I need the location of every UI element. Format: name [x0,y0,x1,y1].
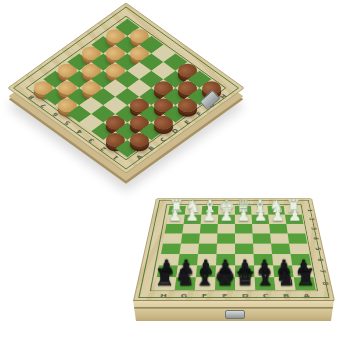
chess-square-c1: ♝ [251,206,268,215]
coordinate-label: A [303,294,310,299]
chess-square-d5 [235,244,254,255]
chess-square-b2: ♟ [268,215,286,224]
chess-square-h2: ♟ [166,215,184,224]
coordinate-label: 1 [305,209,312,211]
coordinate-label: C [159,137,168,143]
chess-square-c4 [253,233,272,243]
chess-square-b5 [271,244,291,255]
chess-box-latch [225,310,245,319]
chess-square-g3 [182,224,200,234]
chess-square-a6 [291,254,312,265]
coordinate-label: 7 [39,102,47,108]
chess-square-g4 [181,233,200,243]
coordinate-label: 4 [311,237,318,240]
coordinate-label: D [242,294,249,299]
chess-square-e6 [216,254,235,265]
coordinate-label: D [171,128,180,135]
chess-square-d6 [235,254,254,265]
chess-square-f7: ♟ [196,265,216,277]
product-photo-stage: ABCDEFGH87654321 ♜♞♝♚♛♝♞♜♟♟♟♟♟♟♟♟♟♟♟♟♟♟♟… [0,0,352,352]
chess-square-f3 [200,224,218,234]
coordinate-label: B [147,145,156,151]
chess-square-g7: ♟ [176,265,197,277]
coordinate-label: 3 [309,227,316,230]
coordinate-label: 7 [317,270,325,273]
coordinate-label: 1 [111,154,119,160]
chess-square-c6 [254,254,274,265]
chess-square-h8: ♜ [155,277,177,290]
chess-square-h5 [161,244,181,255]
chess-square-b6 [272,254,292,265]
chess-square-f6 [197,254,217,265]
chess-square-d7: ♟ [235,265,255,277]
coordinate-label: 8 [320,282,328,285]
chess-square-f2: ♟ [201,215,219,224]
chess-square-e8: ♚ [215,277,235,290]
chess-square-c2: ♟ [252,215,270,224]
coordinate-label: G [180,294,187,299]
chess-square-e2: ♟ [218,215,235,224]
coordinate-label: 2 [99,146,107,152]
chess-square-h6 [159,254,180,265]
chess-square-e4 [217,233,235,243]
coordinate-label: H [160,294,167,299]
chess-square-h1: ♜ [168,206,186,215]
chess-square-g2: ♟ [184,215,202,224]
chess-square-b8: ♞ [274,277,295,290]
chess-square-a5 [289,244,309,255]
chess-square-f4 [199,233,217,243]
chess-square-h7: ♟ [157,265,178,277]
chess-piece-white-knight: ♞ [185,197,201,215]
chess-square-e3 [217,224,235,234]
chess-box-front-side [133,300,334,321]
checkers-board: ABCDEFGH87654321 [7,2,245,173]
coordinate-label: F [202,294,208,299]
chess-square-d4 [235,233,253,243]
chess-square-c7: ♟ [254,265,274,277]
chess-square-c8: ♝ [255,277,276,290]
chess-square-a7: ♟ [292,265,313,277]
chess-square-g5 [179,244,198,255]
chess-square-a3 [286,224,305,234]
chess-square-a2: ♟ [285,215,303,224]
chess-square-h4 [163,233,182,243]
chess-board: ♜♞♝♚♛♝♞♜♟♟♟♟♟♟♟♟♟♟♟♟♟♟♟♟♜♞♝♚♛♝♞♜ HGFEDCB… [133,198,335,301]
chess-square-e7: ♟ [216,265,236,277]
chess-square-f1: ♝ [202,206,219,215]
chess-piece-white-rook: ♜ [285,197,301,215]
chess-square-f8: ♝ [195,277,216,290]
chess-square-b4 [270,233,289,243]
chess-square-d3 [235,224,253,234]
chess-square-c3 [252,224,270,234]
checkers-grid [31,20,221,156]
chess-square-e5 [217,244,236,255]
chess-square-d2: ♟ [235,215,252,224]
coordinate-label: H [219,93,228,100]
chess-square-b7: ♟ [273,265,294,277]
coordinate-label: 8 [27,94,35,100]
chess-square-a1: ♜ [284,206,302,215]
chess-square-f5 [198,244,217,255]
coordinate-label: B [283,294,290,299]
chess-square-d1: ♛ [235,206,252,215]
chess-square-a4 [288,233,307,243]
chess-box-fold-seam [133,307,334,309]
chess-piece-white-bishop: ♝ [252,197,268,215]
chess-piece-white-rook: ♜ [169,197,185,215]
coordinate-label: 5 [313,247,321,250]
coordinate-label: 6 [315,258,323,261]
chess-square-b3 [269,224,287,234]
coordinate-label: 4 [75,128,83,134]
chess-piece-white-king: ♚ [219,197,235,215]
coordinate-label: 5 [63,120,71,126]
coordinate-label: C [263,294,269,299]
chess-square-c5 [253,244,272,255]
coordinate-label: E [183,120,191,126]
chess-square-g6 [178,254,198,265]
chess-square-b1: ♞ [268,206,286,215]
chess-grid: ♜♞♝♚♛♝♞♜♟♟♟♟♟♟♟♟♟♟♟♟♟♟♟♟♜♞♝♚♛♝♞♜ [155,206,313,288]
chess-piece-white-bishop: ♝ [202,197,218,215]
chess-piece-white-knight: ♞ [269,197,285,215]
chess-square-a8: ♜ [294,277,316,290]
chess-square-d8: ♛ [235,277,255,290]
coordinate-label: A [135,154,144,160]
chess-square-h3 [165,224,184,234]
coordinate-label: 3 [87,137,95,143]
coordinate-label: F [195,111,203,117]
chess-piece-white-queen: ♛ [235,197,251,215]
coordinate-label: 6 [51,111,59,117]
chess-square-g8: ♞ [175,277,196,290]
coordinate-label: 2 [307,218,314,220]
chess-square-g1: ♞ [185,206,202,215]
chess-square-e1: ♚ [218,206,235,215]
coordinate-label: E [222,294,228,299]
